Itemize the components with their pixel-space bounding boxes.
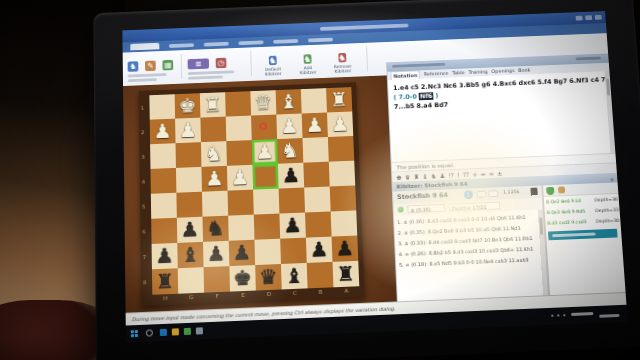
black-p-piece[interactable]: ♟ — [332, 236, 359, 262]
annotation-symbol[interactable]: ?? — [462, 171, 469, 179]
black-q-piece[interactable]: ♛ — [255, 264, 282, 291]
minimize-button[interactable] — [576, 16, 583, 21]
square-a1[interactable]: ♜ — [326, 87, 352, 112]
ribbon-tab[interactable] — [204, 41, 229, 46]
rank-label: 8 — [143, 269, 151, 295]
square-a8[interactable]: ♜ — [333, 261, 360, 288]
default-kibitzer-button[interactable]: ♞DefaultKibitzer — [256, 49, 290, 77]
square-g1[interactable]: ♚ — [175, 93, 201, 118]
square-b2[interactable]: ♟ — [302, 112, 328, 138]
rank-label: 5 — [142, 194, 150, 219]
window-buttons[interactable] — [576, 15, 602, 21]
square-e2[interactable] — [226, 116, 252, 142]
panel-header-text-blur — [392, 63, 445, 68]
square-e8[interactable]: ♚ — [229, 265, 255, 292]
white-p-piece[interactable]: ♟ — [201, 166, 227, 192]
ribbon-group-notation-tools: ≣ ◷ — [186, 50, 245, 80]
file-label: A — [333, 287, 359, 297]
variation-close[interactable]: ) — [435, 92, 438, 100]
square-h2[interactable]: ♟ — [150, 119, 176, 145]
scroll-thumb[interactable] — [606, 79, 610, 96]
medal-icon[interactable] — [558, 186, 565, 193]
square-a3[interactable] — [328, 136, 354, 162]
annotation-symbol[interactable]: ! — [457, 171, 460, 179]
file-explorer-icon[interactable] — [172, 328, 179, 335]
square-f2[interactable] — [200, 117, 226, 143]
square-f4[interactable]: ♟ — [201, 166, 227, 192]
engine-button-plus[interactable] — [476, 191, 486, 198]
notation-panel[interactable]: 1.e4 c5 2.Nc3 Nc6 3.Bb5 g6 4.Bxc6 dxc6 5… — [388, 71, 616, 162]
square-a4[interactable] — [329, 161, 355, 187]
square-a5[interactable] — [330, 185, 357, 211]
square-a2[interactable]: ♟ — [327, 111, 353, 137]
board-frame: 12345678 ♚♜♛♝♜♟♟♟♟♟♞♟♞♟♟♟♟♞♟♟♝♟♟♟♟♜♚♛♝♜ … — [139, 82, 365, 306]
square-d2[interactable] — [251, 115, 277, 141]
annotation-symbol[interactable]: ♞ — [431, 172, 437, 180]
engine-name: Stockfish 9 64 — [397, 191, 448, 201]
square-e3[interactable] — [226, 140, 252, 166]
square-a6[interactable] — [331, 210, 358, 236]
square-h6[interactable] — [151, 218, 177, 244]
file-label: F — [204, 293, 230, 303]
rank-label: 1 — [141, 95, 149, 120]
rank-label: 6 — [142, 219, 150, 244]
engine-running-indicator — [398, 207, 404, 213]
square-c3[interactable]: ♞ — [277, 138, 303, 164]
white-p-piece[interactable]: ♟ — [276, 114, 302, 140]
square-c6[interactable]: ♟ — [279, 213, 305, 239]
engine-depth: Depth= 17/21 — [449, 202, 501, 212]
black-p-piece[interactable]: ♟ — [229, 240, 255, 266]
square-d5[interactable] — [253, 189, 279, 215]
engine-variation-list[interactable]: 1. ± (0.36): 8.d3 cxd3 9.cxd3 0-0 10.d4 … — [394, 210, 548, 302]
black-r-piece[interactable]: ♜ — [333, 261, 360, 288]
monitor-bezel: ♞ ✎ ▦ ≣ ◷ ♞DefaultKibitzer♞AddKibitzer♞R… — [93, 0, 640, 360]
rank-label: 2 — [141, 120, 149, 145]
square-f5[interactable] — [202, 191, 228, 217]
square-e7[interactable]: ♟ — [229, 240, 255, 266]
right-panel-column: NotationReferenceTableTrainingOpeningsBo… — [386, 53, 625, 301]
lets-check-progress-bar — [548, 229, 618, 241]
ribbon-separator — [181, 54, 182, 79]
shield-icon[interactable] — [546, 187, 554, 195]
board-icon[interactable]: ▦ — [163, 60, 174, 71]
black-p-piece[interactable]: ♟ — [177, 217, 203, 243]
black-p-piece[interactable]: ♟ — [278, 163, 304, 189]
annotation-symbol[interactable]: ♝ — [422, 172, 428, 180]
black-p-piece[interactable]: ♟ — [306, 237, 333, 263]
chess-board[interactable]: ♚♜♛♝♜♟♟♟♟♟♞♟♞♟♟♟♟♞♟♟♝♟♟♟♟♜♚♛♝♜ — [149, 87, 359, 295]
engine-panel: Stockfish 9 64 i 1,125k ± (0.36) Depth= … — [393, 185, 549, 301]
square-e5[interactable] — [228, 190, 254, 216]
square-e1[interactable] — [225, 91, 251, 116]
square-f1[interactable]: ♜ — [200, 92, 226, 117]
annotation-symbol[interactable]: !? — [448, 171, 454, 179]
square-e4[interactable]: ♟ — [227, 165, 253, 191]
square-f3[interactable]: ♞ — [201, 141, 227, 167]
file-label: H — [152, 295, 178, 305]
rank-label: 4 — [142, 169, 150, 194]
engine-button-minus[interactable] — [488, 190, 498, 197]
white-p-piece[interactable]: ♟ — [302, 112, 328, 138]
black-k-piece[interactable]: ♚ — [229, 265, 255, 292]
white-b-piece[interactable]: ♝ — [276, 89, 302, 114]
white-r-piece[interactable]: ♜ — [200, 92, 226, 117]
lets-check-depth: Depth=30 — [596, 215, 620, 227]
annotation-symbol[interactable]: + — [472, 170, 478, 178]
lets-check-moves: 8.d3 cxd3 9.cxd3 — [547, 216, 587, 228]
pencil-icon[interactable]: ✎ — [145, 61, 156, 72]
ribbon-group-kibitzer: ♞DefaultKibitzer♞AddKibitzer♞RemoveKibit… — [256, 46, 365, 78]
rank-label: 3 — [141, 144, 149, 169]
square-g5[interactable] — [176, 192, 202, 218]
start-button[interactable] — [131, 330, 138, 337]
black-p-piece[interactable]: ♟ — [279, 213, 305, 239]
screen: ♞ ✎ ▦ ≣ ◷ ♞DefaultKibitzer♞AddKibitzer♞R… — [122, 11, 627, 342]
ribbon-tab[interactable] — [273, 39, 298, 44]
notation-scrollbar[interactable] — [605, 71, 616, 153]
kibitzer-button-label: Kibitzer — [257, 71, 290, 77]
file-label: C — [282, 289, 308, 299]
notation-icon[interactable]: ≣ — [188, 58, 210, 69]
annotation-circle — [259, 122, 267, 130]
white-n-piece[interactable]: ♞ — [277, 138, 303, 164]
square-a7[interactable]: ♟ — [332, 236, 359, 262]
square-c2[interactable]: ♟ — [276, 114, 302, 140]
kibitzer-button-label: Kibitzer — [326, 68, 359, 74]
annotation-symbol[interactable]: ∞ — [489, 170, 495, 178]
black-b-piece[interactable]: ♝ — [281, 263, 308, 290]
window-title-text-blur — [320, 24, 409, 31]
close-button[interactable] — [595, 15, 602, 20]
white-k-piece[interactable]: ♚ — [175, 93, 201, 118]
current-move-highlight[interactable]: Nf6 — [419, 92, 434, 100]
ribbon-tab[interactable] — [238, 40, 263, 45]
engine-eval: ± (0.36) — [407, 204, 445, 213]
square-g4[interactable] — [176, 167, 202, 193]
white-p-piece[interactable]: ♟ — [252, 139, 278, 165]
square-g8[interactable] — [178, 267, 204, 294]
square-g7[interactable]: ♝ — [177, 242, 203, 268]
file-label: G — [178, 294, 204, 304]
square-f8[interactable] — [204, 266, 230, 293]
square-h3[interactable] — [150, 143, 176, 169]
lets-check-row-3[interactable]: 8.d3 cxd3 9.cxd3Depth=30 — [545, 215, 622, 229]
square-g3[interactable] — [176, 142, 202, 168]
square-h7[interactable]: ♟ — [152, 243, 178, 269]
ribbon-label-blur — [188, 75, 223, 79]
square-b6[interactable] — [305, 211, 332, 237]
ribbon-label-blur — [128, 73, 167, 77]
file-label: E — [230, 292, 256, 302]
panel-header-text-blur — [576, 57, 601, 61]
annotation-symbol[interactable]: ♟ — [439, 172, 445, 180]
square-h8[interactable]: ♜ — [152, 268, 178, 295]
square-g2[interactable]: ♟ — [175, 118, 201, 144]
black-n-piece[interactable]: ♞ — [202, 216, 228, 242]
engine-info-icon[interactable]: i — [464, 190, 473, 199]
tray-icon[interactable] — [563, 314, 565, 316]
remove-kibitzer-button[interactable]: ♞RemoveKibitzer — [326, 46, 360, 74]
clock-icon[interactable]: ◷ — [216, 58, 227, 69]
ribbon-group-board-tools: ♞ ✎ ▦ — [127, 53, 178, 83]
square-b8[interactable] — [307, 262, 334, 289]
annotation-symbol[interactable]: ♚ — [396, 173, 402, 181]
ribbon-label-blur — [188, 70, 235, 75]
annotation-symbol[interactable]: ± — [497, 169, 503, 177]
knight-icon[interactable]: ♞ — [128, 61, 139, 72]
square-d1[interactable]: ♛ — [250, 90, 276, 115]
black-b-piece[interactable]: ♝ — [177, 242, 203, 268]
white-r-piece[interactable]: ♜ — [326, 87, 352, 112]
taskbar-date-blur[interactable] — [599, 314, 619, 317]
ribbon-tab-active[interactable] — [130, 43, 159, 51]
white-q-piece[interactable]: ♛ — [250, 90, 276, 115]
square-f6[interactable]: ♞ — [202, 216, 228, 242]
kibitzer-button-label: Kibitzer — [291, 70, 324, 76]
board-panel: 12345678 ♚♜♛♝♜♟♟♟♟♟♞♟♞♟♟♟♟♞♟♟♝♟♟♟♟♜♚♛♝♜ … — [123, 75, 397, 312]
scroll-thumb[interactable] — [539, 217, 543, 235]
square-c5[interactable] — [279, 188, 305, 214]
square-d3[interactable]: ♟ — [252, 139, 278, 165]
square-d8[interactable]: ♛ — [255, 264, 282, 291]
square-b1[interactable] — [301, 88, 327, 113]
square-b7[interactable]: ♟ — [306, 237, 333, 263]
kibitzer-knight-icon: ♞ — [269, 56, 277, 66]
tray-icon[interactable] — [557, 314, 559, 316]
rank-label: 7 — [143, 244, 151, 270]
square-d4[interactable] — [252, 164, 278, 190]
ribbon-tab[interactable] — [169, 43, 194, 48]
app-icon[interactable] — [184, 328, 191, 335]
lets-check-rows[interactable]: 8.Qe2 Be6 9.b3Depth=368.Qe2 Be6 9.Nd5Dep… — [544, 194, 622, 229]
ribbon-separator — [366, 46, 368, 71]
photo-of-monitor: ♞ ✎ ▦ ≣ ◷ ♞DefaultKibitzer♞AddKibitzer♞R… — [0, 0, 640, 360]
square-c1[interactable]: ♝ — [276, 89, 302, 114]
square-h5[interactable] — [151, 193, 177, 219]
square-c4[interactable]: ♟ — [278, 163, 304, 189]
white-p-piece[interactable]: ♟ — [150, 119, 176, 145]
ribbon-label-blur — [128, 78, 157, 82]
white-n-piece[interactable]: ♞ — [201, 141, 227, 167]
app-icon[interactable] — [196, 327, 203, 334]
kibitzer-knight-icon: ♞ — [338, 53, 346, 63]
cortana-search-icon[interactable] — [146, 329, 153, 336]
white-p-piece[interactable]: ♟ — [327, 111, 353, 137]
engine-speed: 1,125k — [503, 189, 520, 194]
square-h1[interactable] — [149, 94, 175, 119]
maximize-button[interactable] — [585, 15, 592, 20]
square-c7[interactable] — [280, 238, 307, 264]
white-p-piece[interactable]: ♟ — [175, 118, 201, 144]
add-kibitzer-button[interactable]: ♞AddKibitzer — [291, 47, 325, 75]
file-label: B — [308, 288, 334, 298]
black-p-piece[interactable]: ♟ — [152, 243, 178, 269]
annotation-symbol[interactable]: ♛ — [405, 173, 411, 181]
square-f7[interactable]: ♟ — [203, 241, 229, 267]
ribbon-tab[interactable] — [308, 37, 333, 42]
file-label: D — [256, 290, 282, 300]
annotation-symbol[interactable]: = — [480, 170, 486, 178]
taskbar-clock-blur[interactable] — [571, 312, 593, 315]
lets-check-panel: 8.Qe2 Be6 9.b3Depth=368.Qe2 Be6 9.Nd5Dep… — [542, 182, 626, 295]
square-h4[interactable] — [150, 168, 176, 194]
edge-browser-icon[interactable] — [160, 329, 167, 336]
lock-icon[interactable] — [530, 188, 537, 196]
black-r-piece[interactable]: ♜ — [152, 268, 178, 295]
tray-icon[interactable] — [551, 315, 553, 317]
variation-open[interactable]: ( 7.0-0 — [393, 93, 417, 101]
square-g6[interactable]: ♟ — [177, 217, 203, 243]
square-d6[interactable] — [254, 214, 280, 240]
square-b5[interactable] — [304, 186, 330, 212]
square-d7[interactable] — [254, 239, 280, 265]
square-b3[interactable] — [302, 137, 328, 163]
kibitzer-knight-icon: ♞ — [303, 54, 311, 64]
annotation-symbol[interactable]: ♜ — [413, 173, 419, 181]
black-p-piece[interactable]: ♟ — [203, 241, 229, 267]
white-p-piece[interactable]: ♟ — [227, 165, 253, 191]
ribbon-separator — [250, 51, 252, 76]
progress-text-blur — [552, 233, 596, 238]
square-c8[interactable]: ♝ — [281, 263, 308, 290]
square-b4[interactable] — [303, 162, 329, 188]
square-e6[interactable] — [228, 215, 254, 241]
